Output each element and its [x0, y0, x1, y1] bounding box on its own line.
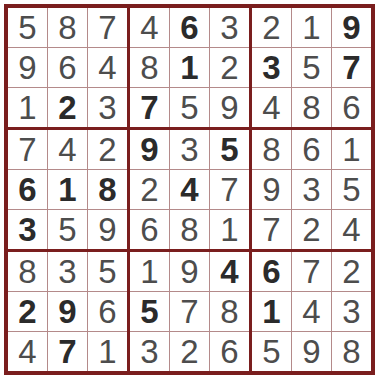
cell-r2c4[interactable]: 8	[130, 48, 169, 87]
cell-r1c9-given[interactable]: 9	[332, 8, 371, 47]
cell-r3c3[interactable]: 3	[88, 88, 127, 127]
cell-r4c3[interactable]: 2	[88, 130, 127, 169]
cell-r9c9[interactable]: 8	[332, 332, 371, 371]
cell-r1c8[interactable]: 1	[292, 8, 331, 47]
cell-r4c2[interactable]: 4	[48, 130, 87, 169]
cell-r3c9[interactable]: 6	[332, 88, 371, 127]
cell-r7c6-given[interactable]: 4	[210, 252, 249, 291]
cell-r8c1-given[interactable]: 2	[8, 292, 47, 331]
cell-r9c5[interactable]: 2	[170, 332, 209, 371]
cell-r1c7[interactable]: 2	[252, 8, 291, 47]
cell-r4c4-given[interactable]: 9	[130, 130, 169, 169]
cell-r8c5[interactable]: 7	[170, 292, 209, 331]
cell-r5c3-given[interactable]: 8	[88, 170, 127, 209]
cell-r8c6[interactable]: 8	[210, 292, 249, 331]
cell-r3c5[interactable]: 5	[170, 88, 209, 127]
box-7: 835296471	[8, 252, 127, 371]
cell-r6c6[interactable]: 1	[210, 210, 249, 249]
cell-r6c5[interactable]: 8	[170, 210, 209, 249]
cell-r1c4[interactable]: 4	[130, 8, 169, 47]
cell-r2c7-given[interactable]: 3	[252, 48, 291, 87]
cell-r4c5[interactable]: 3	[170, 130, 209, 169]
cell-r7c8[interactable]: 7	[292, 252, 331, 291]
cell-r6c1-given[interactable]: 3	[8, 210, 47, 249]
box-6: 861935724	[252, 130, 371, 249]
cell-r4c9[interactable]: 1	[332, 130, 371, 169]
cell-r2c1[interactable]: 9	[8, 48, 47, 87]
cell-r9c7[interactable]: 5	[252, 332, 291, 371]
cell-r7c1[interactable]: 8	[8, 252, 47, 291]
cell-r9c1[interactable]: 4	[8, 332, 47, 371]
box-9: 672143598	[252, 252, 371, 371]
cell-r8c8[interactable]: 4	[292, 292, 331, 331]
cell-r3c4-given[interactable]: 7	[130, 88, 169, 127]
box-5: 935247681	[130, 130, 249, 249]
cell-r6c3[interactable]: 9	[88, 210, 127, 249]
cell-r9c4[interactable]: 3	[130, 332, 169, 371]
box-3: 219357486	[252, 8, 371, 127]
cell-r4c8[interactable]: 6	[292, 130, 331, 169]
cell-r6c2[interactable]: 5	[48, 210, 87, 249]
cell-r5c4[interactable]: 2	[130, 170, 169, 209]
cell-r5c2-given[interactable]: 1	[48, 170, 87, 209]
box-2: 463812759	[130, 8, 249, 127]
cell-r1c5-given[interactable]: 6	[170, 8, 209, 47]
box-8: 194578326	[130, 252, 249, 371]
cell-r6c7[interactable]: 7	[252, 210, 291, 249]
cell-r3c7[interactable]: 4	[252, 88, 291, 127]
cell-r1c2[interactable]: 8	[48, 8, 87, 47]
cell-r4c7[interactable]: 8	[252, 130, 291, 169]
cell-r3c6[interactable]: 9	[210, 88, 249, 127]
cell-r8c9[interactable]: 3	[332, 292, 371, 331]
cell-r1c6[interactable]: 3	[210, 8, 249, 47]
cell-r2c8[interactable]: 5	[292, 48, 331, 87]
cell-r4c6-given[interactable]: 5	[210, 130, 249, 169]
cell-r3c8[interactable]: 8	[292, 88, 331, 127]
box-4: 742618359	[8, 130, 127, 249]
cell-r5c6[interactable]: 7	[210, 170, 249, 209]
box-1: 587964123	[8, 8, 127, 127]
cell-r7c3[interactable]: 5	[88, 252, 127, 291]
cell-r7c2[interactable]: 3	[48, 252, 87, 291]
cell-r3c2-given[interactable]: 2	[48, 88, 87, 127]
cell-r1c3[interactable]: 7	[88, 8, 127, 47]
cell-r2c5-given[interactable]: 1	[170, 48, 209, 87]
cell-r6c9[interactable]: 4	[332, 210, 371, 249]
cell-r7c7-given[interactable]: 6	[252, 252, 291, 291]
cell-r6c4[interactable]: 6	[130, 210, 169, 249]
cell-r5c7[interactable]: 9	[252, 170, 291, 209]
cell-r9c3[interactable]: 1	[88, 332, 127, 371]
cell-r2c3[interactable]: 4	[88, 48, 127, 87]
cell-r8c4-given[interactable]: 5	[130, 292, 169, 331]
cell-r2c9-given[interactable]: 7	[332, 48, 371, 87]
cell-r8c7-given[interactable]: 1	[252, 292, 291, 331]
sudoku-board: 5879641234638127592193574867426183599352…	[4, 4, 375, 375]
cell-r3c1[interactable]: 1	[8, 88, 47, 127]
cell-r5c1-given[interactable]: 6	[8, 170, 47, 209]
cell-r6c8[interactable]: 2	[292, 210, 331, 249]
cell-r9c6[interactable]: 6	[210, 332, 249, 371]
cell-r5c8[interactable]: 3	[292, 170, 331, 209]
cell-r4c1[interactable]: 7	[8, 130, 47, 169]
cell-r1c1[interactable]: 5	[8, 8, 47, 47]
cell-r7c5[interactable]: 9	[170, 252, 209, 291]
cell-r8c2-given[interactable]: 9	[48, 292, 87, 331]
cell-r7c4[interactable]: 1	[130, 252, 169, 291]
cell-r5c9[interactable]: 5	[332, 170, 371, 209]
cell-r2c2[interactable]: 6	[48, 48, 87, 87]
cell-r5c5-given[interactable]: 4	[170, 170, 209, 209]
cell-r8c3[interactable]: 6	[88, 292, 127, 331]
cell-r9c8[interactable]: 9	[292, 332, 331, 371]
cell-r9c2-given[interactable]: 7	[48, 332, 87, 371]
cell-r2c6[interactable]: 2	[210, 48, 249, 87]
cell-r7c9[interactable]: 2	[332, 252, 371, 291]
